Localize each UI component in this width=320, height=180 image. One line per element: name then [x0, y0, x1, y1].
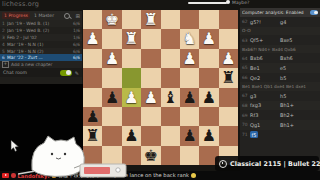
chat-room-row: Chat room ✎	[0, 68, 82, 77]
move-white[interactable]: g5?!	[250, 19, 280, 25]
square-c5[interactable]: ♟	[180, 88, 199, 107]
square-h6[interactable]: ♟	[83, 107, 102, 126]
square-d5[interactable]: ♝	[161, 88, 180, 107]
move-white[interactable]: Qe2	[250, 75, 280, 81]
white-king-g1[interactable]: ♚	[102, 10, 121, 29]
white-rook-e1[interactable]: ♜	[141, 10, 160, 29]
chapter-name: Feb 2 - Jul '02	[7, 35, 73, 40]
search-icon[interactable]	[64, 13, 70, 19]
chapter-name: Jan '19 - Wed B. (2)	[7, 28, 73, 33]
analysis-toggle[interactable]	[310, 10, 318, 15]
variation-comment: O-O	[240, 27, 320, 36]
move-row: 66Qe2b5	[240, 73, 320, 83]
move-row: 62g5?!g4	[240, 17, 320, 27]
square-g1[interactable]: ♚	[102, 10, 121, 29]
square-e2[interactable]	[141, 29, 160, 48]
move-row: 63Qf5+Bxe5	[240, 35, 320, 45]
chapter-name: Jan '19 - Wed B. (1)	[7, 21, 73, 26]
tab-progress[interactable]: 1 Progress	[2, 12, 30, 19]
chapter-row-5[interactable]: 5Mar '19 - N.N (2)6/6	[0, 48, 82, 55]
square-d7[interactable]	[161, 126, 180, 145]
chapter-score: 1/6	[73, 28, 80, 33]
square-e6[interactable]	[141, 107, 160, 126]
move-number: 62	[242, 19, 250, 24]
white-pawn-h2[interactable]: ♟	[83, 29, 102, 48]
square-c4[interactable]	[180, 68, 199, 87]
square-g4[interactable]	[102, 68, 121, 87]
move-black[interactable]: Bh1+	[280, 102, 310, 108]
square-b5[interactable]: ♟	[199, 88, 218, 107]
square-d8[interactable]	[161, 146, 180, 165]
clock-icon	[219, 160, 227, 168]
square-h5[interactable]	[83, 88, 102, 107]
move-list: 62g5?!g4O-O63Qf5+Bxe5Bxb6?! Nd4+ Bxd4 Qx…	[240, 17, 320, 139]
move-black[interactable]: g4	[280, 19, 310, 25]
chapter-score: 6/6	[73, 42, 80, 47]
square-b4[interactable]	[199, 68, 218, 87]
analysis-header: Computer analysis: Enabled	[240, 8, 320, 17]
square-h4[interactable]	[83, 68, 102, 87]
square-b3[interactable]	[199, 49, 218, 68]
black-pawn-b7[interactable]: ♟	[199, 126, 218, 145]
black-pawn-c5[interactable]: ♟	[180, 88, 199, 107]
white-rook-f2[interactable]: ♜	[122, 29, 141, 48]
square-f1[interactable]	[122, 10, 141, 29]
chapter-score: 6/6	[73, 49, 80, 54]
move-row: 64Bxb6Bxh6	[240, 53, 320, 63]
move-black[interactable]: h5	[280, 93, 310, 99]
tab-master[interactable]: 1 Master	[32, 12, 56, 19]
move-white[interactable]: Rf3	[250, 112, 280, 118]
square-d2[interactable]	[161, 29, 180, 48]
move-row: 68fxg3Bh1+	[240, 101, 320, 111]
square-a5[interactable]	[219, 88, 238, 107]
white-pawn-a3[interactable]: ♟	[219, 49, 238, 68]
chapter-score: 1/6	[73, 35, 80, 40]
move-number: 69	[242, 113, 250, 118]
chapter-name: Mar '22 - Zurt ...	[7, 55, 73, 60]
white-pawn-b2[interactable]: ♟	[199, 29, 218, 48]
move-number: 64	[242, 56, 250, 61]
black-king-e8[interactable]: ♚	[141, 146, 160, 165]
webcam-cat	[18, 134, 133, 180]
move-number: 66	[242, 75, 250, 80]
square-a2[interactable]	[219, 29, 238, 48]
white-pawn-g3[interactable]: ♟	[102, 49, 121, 68]
chat-toggle[interactable]	[60, 70, 72, 76]
black-bishop-d5[interactable]: ♝	[161, 88, 180, 107]
square-e7[interactable]	[141, 126, 160, 145]
square-c2[interactable]: ♞	[180, 29, 199, 48]
move-white[interactable]: g3	[250, 93, 280, 99]
chapter-list: 1Jan '19 - Wed B. (1)6/62Jan '19 - Wed B…	[0, 20, 82, 61]
square-f2[interactable]: ♜	[122, 29, 141, 48]
square-f4[interactable]	[122, 68, 141, 87]
square-f5[interactable]: ♟	[122, 88, 141, 107]
chapter-row-2[interactable]: 2Jan '19 - Wed B. (2)1/6	[0, 27, 82, 34]
square-e5[interactable]: ♟	[141, 88, 160, 107]
chapter-score: 6/6	[73, 21, 80, 26]
square-c7[interactable]: ♟	[180, 126, 199, 145]
move-row: 71f5	[240, 130, 320, 140]
analysis-panel: Computer analysis: Enabled 62g5?!g4O-O63…	[240, 8, 320, 172]
add-chapter-button[interactable]: + Add a new chapter	[0, 61, 82, 68]
white-pawn-f5[interactable]: ♟	[122, 88, 141, 107]
square-h3[interactable]	[83, 49, 102, 68]
square-c6[interactable]	[180, 107, 199, 126]
chapter-row-1[interactable]: 1Jan '19 - Wed B. (1)6/6	[0, 20, 82, 27]
move-black[interactable]: e5	[280, 65, 310, 71]
square-b1[interactable]	[199, 10, 218, 29]
chapter-row-4[interactable]: 4Mar '19 - N.N (1)6/6	[0, 41, 82, 48]
square-a4[interactable]: ♜	[219, 68, 238, 87]
square-f3[interactable]	[122, 49, 141, 68]
move-number: 68	[242, 103, 250, 108]
move-number: 67	[242, 93, 250, 98]
square-g5[interactable]: ♟	[102, 88, 121, 107]
square-c3[interactable]: ♟	[180, 49, 199, 68]
move-row: 70Qg1Bh1+	[240, 120, 320, 130]
square-a7[interactable]	[219, 126, 238, 145]
black-rook-a4[interactable]: ♜	[219, 68, 238, 87]
smiley-emoji-icon	[191, 173, 196, 178]
move-white[interactable]: Qf5+	[250, 37, 280, 43]
plus-icon: +	[2, 61, 9, 68]
white-knight-c2[interactable]: ♞	[180, 29, 199, 48]
square-h2[interactable]: ♟	[83, 29, 102, 48]
rating-label: Classical 2115 | Bullet 2221	[230, 160, 320, 168]
video-progress-handle[interactable]	[226, 0, 230, 4]
square-f6[interactable]	[122, 107, 141, 126]
square-b7[interactable]: ♟	[199, 126, 218, 145]
move-row: 69Rf3Bh2+	[240, 110, 320, 120]
square-g2[interactable]	[102, 29, 121, 48]
move-white[interactable]: Be1	[250, 65, 280, 71]
move-number: 70	[242, 122, 250, 127]
study-tabs: 1 Progress 1 Master ⊞	[0, 11, 82, 20]
square-b6[interactable]	[199, 107, 218, 126]
chapter-row-6[interactable]: 6Mar '22 - Zurt ...6/6	[0, 54, 82, 61]
mouse-cursor-icon	[10, 140, 20, 153]
chat-room-label: Chat room	[3, 70, 60, 75]
move-white[interactable]: Bxb6	[250, 55, 280, 61]
square-e1[interactable]: ♜	[141, 10, 160, 29]
square-a1[interactable]	[219, 10, 238, 29]
variation-comment: Bxb6?! Nd4+ Bxd4 Qxb6	[240, 45, 320, 54]
square-c1[interactable]	[180, 10, 199, 29]
square-g6[interactable]	[102, 107, 121, 126]
white-pawn-e5[interactable]: ♟	[141, 88, 160, 107]
square-a6[interactable]	[219, 107, 238, 126]
black-pawn-h6[interactable]: ♟	[83, 107, 102, 126]
black-pawn-c7[interactable]: ♟	[180, 126, 199, 145]
rating-overlay: Classical 2115 | Bullet 2221	[215, 156, 319, 171]
video-progress-label: Maybe?	[232, 0, 249, 5]
move-black[interactable]: Bh1+	[280, 122, 310, 128]
move-black[interactable]: Bxh6	[280, 55, 310, 61]
move-black[interactable]: b5	[280, 75, 310, 81]
chapter-name: Mar '19 - N.N (1)	[7, 42, 73, 47]
square-e4[interactable]	[141, 68, 160, 87]
white-pawn-c3[interactable]: ♟	[180, 49, 199, 68]
square-e3[interactable]	[141, 49, 160, 68]
square-b2[interactable]: ♟	[199, 29, 218, 48]
video-progress-bar[interactable]	[188, 2, 227, 4]
youtube-icon	[2, 173, 9, 178]
black-pawn-g5[interactable]: ♟	[102, 88, 121, 107]
square-c8[interactable]	[180, 146, 199, 165]
move-number: 63	[242, 38, 250, 43]
square-d4[interactable]	[161, 68, 180, 87]
move-white[interactable]: Qg1	[250, 122, 280, 128]
black-pawn-b5[interactable]: ♟	[199, 88, 218, 107]
chapter-grid-icon[interactable]: ⊞	[75, 14, 80, 18]
square-d3[interactable]	[161, 49, 180, 68]
square-d6[interactable]	[161, 107, 180, 126]
chapter-name: Mar '19 - N.N (2)	[7, 49, 73, 54]
move-row: 65Be1e5	[240, 63, 320, 73]
computer-analysis-label: Computer analysis: Enabled	[242, 10, 310, 15]
live-dot-icon	[11, 173, 16, 178]
chapter-score: 6/6	[73, 55, 80, 60]
move-number: 65	[242, 65, 250, 70]
square-g3[interactable]: ♟	[102, 49, 121, 68]
add-chapter-label: Add a new chapter	[11, 62, 52, 67]
move-white[interactable]: f5	[250, 131, 258, 138]
square-d1[interactable]	[161, 10, 180, 29]
chapter-row-3[interactable]: 3Feb 2 - Jul '021/6	[0, 34, 82, 41]
move-white[interactable]: fxg3	[250, 102, 280, 108]
study-sidebar: 1 Progress 1 Master ⊞ 1Jan '19 - Wed B. …	[0, 11, 82, 84]
variation-comment: Be1 Bxe1 Qb1 dxe4 Be1 dxe1	[240, 82, 320, 91]
square-e8[interactable]: ♚	[141, 146, 160, 165]
move-black[interactable]: Bh2+	[280, 112, 310, 118]
square-a3[interactable]: ♟	[219, 49, 238, 68]
move-number: 71	[242, 132, 250, 137]
move-row: 67g3h5	[240, 91, 320, 101]
square-h1[interactable]	[83, 10, 102, 29]
lichess-logo[interactable]: lichess.org	[2, 0, 39, 8]
move-black[interactable]: Bxe5	[280, 37, 310, 43]
settings-wrench-icon[interactable]: ✎	[75, 70, 79, 76]
